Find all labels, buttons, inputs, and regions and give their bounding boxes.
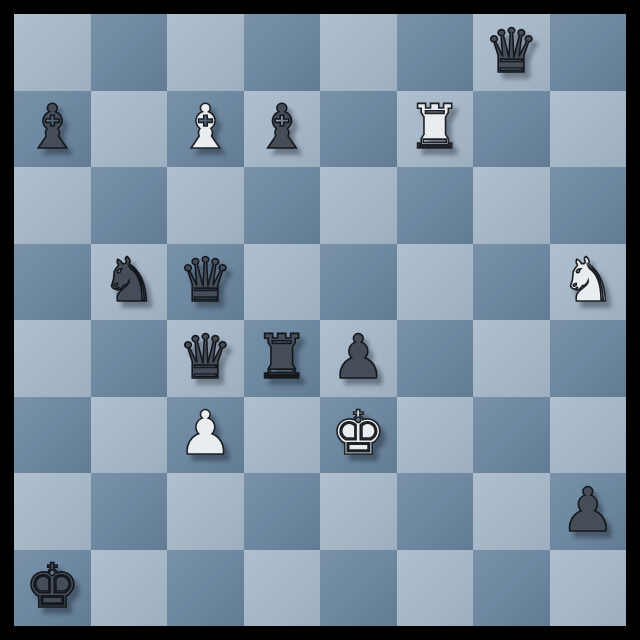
black-queen-icon[interactable]: ♛	[484, 20, 539, 81]
square-h4[interactable]	[550, 320, 627, 397]
square-g8[interactable]: ♛	[473, 14, 550, 91]
square-b8[interactable]	[91, 14, 168, 91]
square-h1[interactable]	[550, 550, 627, 627]
square-h2[interactable]: ♟	[550, 473, 627, 550]
white-bishop-icon[interactable]: ♝	[178, 96, 233, 157]
square-f6[interactable]	[397, 167, 474, 244]
square-h3[interactable]	[550, 397, 627, 474]
square-f1[interactable]	[397, 550, 474, 627]
black-pawn-icon[interactable]: ♟	[331, 326, 386, 387]
black-knight-icon[interactable]: ♞	[101, 249, 156, 310]
black-bishop-icon[interactable]: ♝	[254, 96, 309, 157]
square-a7[interactable]: ♝	[14, 91, 91, 168]
square-a6[interactable]	[14, 167, 91, 244]
square-c1[interactable]	[167, 550, 244, 627]
square-b1[interactable]	[91, 550, 168, 627]
square-d6[interactable]	[244, 167, 321, 244]
square-c8[interactable]	[167, 14, 244, 91]
square-c7[interactable]: ♝	[167, 91, 244, 168]
white-king-icon[interactable]: ♚	[331, 402, 386, 463]
square-b6[interactable]	[91, 167, 168, 244]
chessboard: ♛♝♝♝♜♞♛♞♛♜♟♟♚♟♚	[14, 14, 626, 626]
square-b7[interactable]	[91, 91, 168, 168]
square-c6[interactable]	[167, 167, 244, 244]
square-a5[interactable]	[14, 244, 91, 321]
square-f4[interactable]	[397, 320, 474, 397]
square-f3[interactable]	[397, 397, 474, 474]
square-f8[interactable]	[397, 14, 474, 91]
square-h5[interactable]: ♞	[550, 244, 627, 321]
square-f2[interactable]	[397, 473, 474, 550]
square-g6[interactable]	[473, 167, 550, 244]
square-a4[interactable]	[14, 320, 91, 397]
square-g7[interactable]	[473, 91, 550, 168]
square-f5[interactable]	[397, 244, 474, 321]
square-g3[interactable]	[473, 397, 550, 474]
white-knight-icon[interactable]: ♞	[560, 249, 615, 310]
square-e3[interactable]: ♚	[320, 397, 397, 474]
black-queen-icon[interactable]: ♛	[178, 249, 233, 310]
square-g5[interactable]	[473, 244, 550, 321]
square-d5[interactable]	[244, 244, 321, 321]
square-a1[interactable]: ♚	[14, 550, 91, 627]
square-b4[interactable]	[91, 320, 168, 397]
square-c2[interactable]	[167, 473, 244, 550]
white-pawn-icon[interactable]: ♟	[178, 402, 233, 463]
square-a3[interactable]	[14, 397, 91, 474]
square-a2[interactable]	[14, 473, 91, 550]
square-b3[interactable]	[91, 397, 168, 474]
square-b2[interactable]	[91, 473, 168, 550]
square-e4[interactable]: ♟	[320, 320, 397, 397]
square-e1[interactable]	[320, 550, 397, 627]
white-rook-icon[interactable]: ♜	[407, 96, 462, 157]
black-pawn-icon[interactable]: ♟	[560, 479, 615, 540]
square-c4[interactable]: ♛	[167, 320, 244, 397]
square-h7[interactable]	[550, 91, 627, 168]
square-d2[interactable]	[244, 473, 321, 550]
square-d4[interactable]: ♜	[244, 320, 321, 397]
black-rook-icon[interactable]: ♜	[254, 326, 309, 387]
black-king-icon[interactable]: ♚	[25, 555, 80, 616]
black-bishop-icon[interactable]: ♝	[25, 96, 80, 157]
square-g2[interactable]	[473, 473, 550, 550]
square-f7[interactable]: ♜	[397, 91, 474, 168]
square-d3[interactable]	[244, 397, 321, 474]
square-d7[interactable]: ♝	[244, 91, 321, 168]
square-g1[interactable]	[473, 550, 550, 627]
square-g4[interactable]	[473, 320, 550, 397]
square-e7[interactable]	[320, 91, 397, 168]
black-queen-icon[interactable]: ♛	[178, 326, 233, 387]
square-h6[interactable]	[550, 167, 627, 244]
square-d8[interactable]	[244, 14, 321, 91]
chessboard-frame: ♛♝♝♝♜♞♛♞♛♜♟♟♚♟♚	[0, 0, 640, 640]
square-b5[interactable]: ♞	[91, 244, 168, 321]
square-e6[interactable]	[320, 167, 397, 244]
square-e5[interactable]	[320, 244, 397, 321]
square-c3[interactable]: ♟	[167, 397, 244, 474]
square-e2[interactable]	[320, 473, 397, 550]
square-d1[interactable]	[244, 550, 321, 627]
square-a8[interactable]	[14, 14, 91, 91]
square-h8[interactable]	[550, 14, 627, 91]
square-e8[interactable]	[320, 14, 397, 91]
square-c5[interactable]: ♛	[167, 244, 244, 321]
